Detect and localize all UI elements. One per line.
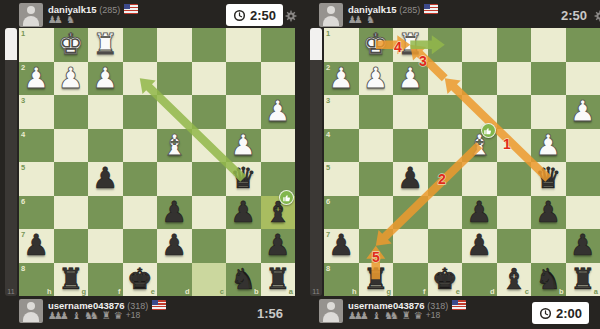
- square-g3[interactable]: [359, 95, 394, 129]
- square-h6[interactable]: 6: [324, 196, 359, 230]
- square-g2[interactable]: ♟: [359, 62, 394, 96]
- square-h3[interactable]: 3: [19, 95, 54, 129]
- avatar-person-icon: [27, 6, 35, 14]
- square-e1[interactable]: [123, 28, 158, 62]
- us-flag-icon: [124, 4, 138, 14]
- avatar-person-icon: [323, 312, 339, 322]
- rank-label: 1: [21, 30, 25, 38]
- square-e8[interactable]: e♚: [123, 263, 158, 297]
- file-label: f: [423, 288, 426, 296]
- square-e6[interactable]: [123, 196, 158, 230]
- square-c8[interactable]: c♝: [497, 263, 532, 297]
- square-g7[interactable]: [359, 229, 394, 263]
- square-e4[interactable]: [123, 129, 158, 163]
- black-rook[interactable]: ♜: [566, 263, 600, 297]
- square-b1[interactable]: [226, 28, 261, 62]
- square-f5[interactable]: ♟: [88, 162, 123, 196]
- square-f3[interactable]: [88, 95, 123, 129]
- square-g6[interactable]: [359, 196, 394, 230]
- gear-icon[interactable]: [285, 8, 297, 26]
- white-pawn[interactable]: ♟: [359, 62, 394, 96]
- square-g5[interactable]: [54, 162, 89, 196]
- square-a7[interactable]: ♟: [261, 229, 296, 263]
- square-h4[interactable]: 4: [324, 129, 359, 163]
- gear-icon[interactable]: [594, 8, 600, 26]
- square-h3[interactable]: 3: [324, 95, 359, 129]
- eval-white-section: [5, 28, 17, 60]
- file-label: h: [352, 288, 357, 296]
- avatar[interactable]: [19, 299, 43, 323]
- black-pawn[interactable]: ♟: [19, 229, 54, 263]
- square-h4[interactable]: 4: [19, 129, 54, 163]
- square-e4[interactable]: [428, 129, 463, 163]
- square-b7[interactable]: [531, 229, 566, 263]
- square-b2[interactable]: [531, 62, 566, 96]
- square-d2[interactable]: [462, 62, 497, 96]
- square-f1[interactable]: ♜: [393, 28, 428, 62]
- active-clock: 2:00: [532, 302, 589, 324]
- square-f4[interactable]: [393, 129, 428, 163]
- captured-queens: ♛: [114, 310, 120, 321]
- square-b2[interactable]: [226, 62, 261, 96]
- black-knight[interactable]: ♞: [226, 263, 261, 297]
- square-e5[interactable]: [123, 162, 158, 196]
- square-b3[interactable]: [226, 95, 261, 129]
- square-f4[interactable]: [88, 129, 123, 163]
- square-c1[interactable]: [192, 28, 227, 62]
- black-king[interactable]: ♚: [428, 263, 463, 297]
- square-d5[interactable]: [157, 162, 192, 196]
- active-clock: 2:50: [226, 4, 283, 26]
- black-rook[interactable]: ♜: [261, 263, 296, 297]
- material-advantage: +18: [426, 310, 440, 320]
- board-wrap: 1♚♜2♟♟♟3♟4♝♟5♟♛6♟♟♝7♟♟♟8hg♜fe♚dcb♞a♜: [19, 28, 295, 296]
- white-rook[interactable]: ♜: [88, 28, 123, 62]
- black-pawn[interactable]: ♟: [157, 229, 192, 263]
- black-knight[interactable]: ♞: [531, 263, 566, 297]
- eval-white-section: [310, 28, 322, 60]
- white-pawn[interactable]: ♟: [531, 129, 566, 163]
- square-g8[interactable]: g♜: [359, 263, 394, 297]
- square-g1[interactable]: ♚: [359, 28, 394, 62]
- square-h5[interactable]: 5: [324, 162, 359, 196]
- black-pawn[interactable]: ♟: [226, 196, 261, 230]
- white-pawn[interactable]: ♟: [88, 62, 123, 96]
- square-h8[interactable]: 8h: [19, 263, 54, 297]
- black-pawn[interactable]: ♟: [462, 229, 497, 263]
- square-a2[interactable]: [566, 62, 600, 96]
- square-g1[interactable]: ♚: [54, 28, 89, 62]
- avatar-person-icon: [323, 16, 339, 26]
- square-b3[interactable]: [531, 95, 566, 129]
- square-c6[interactable]: [192, 196, 227, 230]
- white-pawn[interactable]: ♟: [19, 62, 54, 96]
- square-c4[interactable]: [192, 129, 227, 163]
- square-f2[interactable]: ♟: [393, 62, 428, 96]
- captured-pawns: ♟♟: [348, 14, 360, 25]
- square-f6[interactable]: [88, 196, 123, 230]
- analysis-panel-left: daniyalk15 (285) ♟♟♞ 2:50 11 1♚♜2♟♟♟3♟4♝…: [0, 0, 300, 329]
- material-advantage: +18: [126, 310, 140, 320]
- square-c5[interactable]: [192, 162, 227, 196]
- white-rook[interactable]: ♜: [393, 28, 428, 62]
- white-pawn[interactable]: ♟: [566, 95, 600, 129]
- file-label: d: [490, 288, 495, 296]
- square-a7[interactable]: ♟: [566, 229, 600, 263]
- black-pawn[interactable]: ♟: [324, 229, 359, 263]
- captured-pawns: ♟♟♟: [348, 310, 366, 321]
- square-b4[interactable]: ♟: [531, 129, 566, 163]
- file-label: d: [185, 288, 190, 296]
- captured-pieces: ♟♟♞: [348, 14, 378, 26]
- thumb-up-badge: [481, 123, 496, 138]
- player-rating: (285): [99, 5, 120, 15]
- square-c4[interactable]: [497, 129, 532, 163]
- inactive-clock: 1:56: [257, 306, 283, 321]
- square-a4[interactable]: [261, 129, 296, 163]
- rank-label: 5: [326, 164, 330, 172]
- white-king[interactable]: ♚: [359, 28, 394, 62]
- captured-knights: ♞: [66, 14, 72, 25]
- black-pawn[interactable]: ♟: [462, 196, 497, 230]
- black-pawn[interactable]: ♟: [88, 162, 123, 196]
- top-player-bar: daniyalk15 (285) ♟♟♞ 2:50: [300, 0, 600, 28]
- white-pawn[interactable]: ♟: [393, 62, 428, 96]
- square-h7[interactable]: 7♟: [19, 229, 54, 263]
- square-a5[interactable]: [566, 162, 600, 196]
- square-f3[interactable]: [393, 95, 428, 129]
- avatar-person-icon: [327, 302, 335, 310]
- file-label: c: [220, 288, 224, 296]
- square-d7[interactable]: ♟: [462, 229, 497, 263]
- file-label: h: [47, 288, 52, 296]
- square-c5[interactable]: [497, 162, 532, 196]
- square-e1[interactable]: [428, 28, 463, 62]
- square-d6[interactable]: ♟: [462, 196, 497, 230]
- square-e8[interactable]: e♚: [428, 263, 463, 297]
- square-d7[interactable]: ♟: [157, 229, 192, 263]
- captured-queens: ♛: [414, 310, 420, 321]
- white-bishop[interactable]: ♝: [157, 129, 192, 163]
- captured-pawns: ♟♟♟: [48, 310, 66, 321]
- us-flag-icon: [452, 300, 466, 310]
- avatar-person-icon: [23, 16, 39, 26]
- square-b8[interactable]: b♞: [531, 263, 566, 297]
- square-g3[interactable]: [54, 95, 89, 129]
- black-king[interactable]: ♚: [123, 263, 158, 297]
- avatar[interactable]: [19, 3, 43, 27]
- square-b8[interactable]: b♞: [226, 263, 261, 297]
- rank-label: 3: [21, 97, 25, 105]
- square-e7[interactable]: [428, 229, 463, 263]
- square-e5[interactable]: [428, 162, 463, 196]
- square-c2[interactable]: [497, 62, 532, 96]
- square-h2[interactable]: 2♟: [19, 62, 54, 96]
- white-pawn[interactable]: ♟: [324, 62, 359, 96]
- square-f6[interactable]: [393, 196, 428, 230]
- chess-analysis-screenshot: { "game": "chess", "board_theme": { "lig…: [0, 0, 600, 329]
- square-e3[interactable]: [123, 95, 158, 129]
- inactive-clock: 2:50: [561, 8, 587, 23]
- square-a4[interactable]: [566, 129, 600, 163]
- square-d2[interactable]: [157, 62, 192, 96]
- analysis-panel-right: daniyalk15 (285) ♟♟♞ 2:50 11 1♚♜2♟♟♟3♟4♝…: [300, 0, 600, 329]
- square-g4[interactable]: [359, 129, 394, 163]
- black-pawn[interactable]: ♟: [393, 162, 428, 196]
- square-h1[interactable]: 1: [324, 28, 359, 62]
- rank-label: 8: [21, 265, 25, 273]
- rank-label: 4: [21, 131, 25, 139]
- square-a8[interactable]: a♜: [566, 263, 600, 297]
- avatar-person-icon: [327, 6, 335, 14]
- captured-rooks: ♜: [402, 310, 408, 321]
- square-e2[interactable]: [428, 62, 463, 96]
- file-label: f: [118, 288, 121, 296]
- square-c8[interactable]: c: [192, 263, 227, 297]
- black-pawn[interactable]: ♟: [157, 196, 192, 230]
- clock-time: 2:50: [250, 8, 276, 23]
- square-g2[interactable]: ♟: [54, 62, 89, 96]
- black-queen[interactable]: ♛: [226, 162, 261, 196]
- square-e2[interactable]: [123, 62, 158, 96]
- us-flag-icon: [424, 4, 438, 14]
- player-rating: (285): [399, 5, 420, 15]
- black-pawn[interactable]: ♟: [261, 229, 296, 263]
- square-d8[interactable]: d: [462, 263, 497, 297]
- white-pawn[interactable]: ♟: [226, 129, 261, 163]
- square-a1[interactable]: [261, 28, 296, 62]
- square-a3[interactable]: ♟: [566, 95, 600, 129]
- rank-label: 4: [326, 131, 330, 139]
- square-f5[interactable]: ♟: [393, 162, 428, 196]
- rank-label: 5: [21, 164, 25, 172]
- square-a8[interactable]: a♜: [261, 263, 296, 297]
- square-g5[interactable]: [359, 162, 394, 196]
- avatar[interactable]: [319, 299, 343, 323]
- captured-pieces: ♟♟♟♝♞♞♜♛+18: [348, 310, 440, 322]
- square-h2[interactable]: 2♟: [324, 62, 359, 96]
- rank-label: 8: [326, 265, 330, 273]
- white-pawn[interactable]: ♟: [261, 95, 296, 129]
- avatar-person-icon: [23, 312, 39, 322]
- avatar-person-icon: [27, 302, 35, 310]
- black-rook[interactable]: ♜: [54, 263, 89, 297]
- square-b5[interactable]: ♛: [531, 162, 566, 196]
- square-b1[interactable]: [531, 28, 566, 62]
- captured-pieces: ♟♟♟♝♞♞♜♛+18: [48, 310, 140, 322]
- black-pawn[interactable]: ♟: [566, 229, 600, 263]
- chess-board: 1♚♜2♟♟♟3♟4♝♟5♟♛6♟♟♝7♟♟♟8hg♜fe♚dcb♞a♜: [19, 28, 295, 296]
- captured-pawns: ♟♟: [48, 14, 60, 25]
- square-a3[interactable]: ♟: [261, 95, 296, 129]
- square-c7[interactable]: [497, 229, 532, 263]
- white-pawn[interactable]: ♟: [54, 62, 89, 96]
- captured-bishops: ♝: [372, 310, 378, 321]
- square-f8[interactable]: f: [393, 263, 428, 297]
- rank-label: 6: [21, 198, 25, 206]
- square-g4[interactable]: [54, 129, 89, 163]
- square-g8[interactable]: g♜: [54, 263, 89, 297]
- rank-label: 3: [326, 97, 330, 105]
- square-h5[interactable]: 5: [19, 162, 54, 196]
- captured-knights: ♞♞: [84, 310, 96, 321]
- square-e6[interactable]: [428, 196, 463, 230]
- square-h1[interactable]: 1: [19, 28, 54, 62]
- square-h7[interactable]: 7♟: [324, 229, 359, 263]
- captured-knights: ♞: [366, 14, 372, 25]
- square-b6[interactable]: ♟: [531, 196, 566, 230]
- square-c7[interactable]: [192, 229, 227, 263]
- black-rook[interactable]: ♜: [359, 263, 394, 297]
- square-c1[interactable]: [497, 28, 532, 62]
- square-c3[interactable]: [192, 95, 227, 129]
- rank-label: 1: [326, 30, 330, 38]
- board-wrap: 1♚♜2♟♟♟3♟4♝♟5♟♛6♟♟7♟♟♟8hg♜fe♚dc♝b♞a♜ 123…: [324, 28, 600, 296]
- square-d6[interactable]: ♟: [157, 196, 192, 230]
- eval-number: 11: [310, 288, 322, 295]
- chess-board: 1♚♜2♟♟♟3♟4♝♟5♟♛6♟♟7♟♟♟8hg♜fe♚dc♝b♞a♜: [324, 28, 600, 296]
- captured-knights: ♞♞: [384, 310, 396, 321]
- square-h6[interactable]: 6: [19, 196, 54, 230]
- white-king[interactable]: ♚: [54, 28, 89, 62]
- clock-icon: [539, 307, 552, 320]
- square-f2[interactable]: ♟: [88, 62, 123, 96]
- square-f7[interactable]: [88, 229, 123, 263]
- square-b7[interactable]: [226, 229, 261, 263]
- square-d4[interactable]: ♝: [157, 129, 192, 163]
- square-a2[interactable]: [261, 62, 296, 96]
- clock-icon: [233, 9, 246, 22]
- square-c6[interactable]: [497, 196, 532, 230]
- square-a1[interactable]: [566, 28, 600, 62]
- square-d8[interactable]: d: [157, 263, 192, 297]
- black-pawn[interactable]: ♟: [531, 196, 566, 230]
- captured-pieces: ♟♟♞: [48, 14, 78, 26]
- square-f8[interactable]: f: [88, 263, 123, 297]
- evaluation-bar: 11: [5, 28, 17, 296]
- square-f7[interactable]: [393, 229, 428, 263]
- avatar[interactable]: [319, 3, 343, 27]
- square-c2[interactable]: [192, 62, 227, 96]
- square-d1[interactable]: [157, 28, 192, 62]
- black-bishop[interactable]: ♝: [497, 263, 532, 297]
- square-e7[interactable]: [123, 229, 158, 263]
- bottom-player-bar: username043876 (318) ♟♟♟♝♞♞♜♛+18 1:56: [0, 296, 300, 329]
- square-b4[interactable]: ♟: [226, 129, 261, 163]
- square-b5[interactable]: ♛: [226, 162, 261, 196]
- square-d5[interactable]: [462, 162, 497, 196]
- square-f1[interactable]: ♜: [88, 28, 123, 62]
- black-queen[interactable]: ♛: [531, 162, 566, 196]
- square-c3[interactable]: [497, 95, 532, 129]
- square-b6[interactable]: ♟: [226, 196, 261, 230]
- square-g7[interactable]: [54, 229, 89, 263]
- evaluation-bar: 11: [310, 28, 322, 296]
- square-d3[interactable]: [157, 95, 192, 129]
- rank-label: 6: [326, 198, 330, 206]
- square-h8[interactable]: 8h: [324, 263, 359, 297]
- square-d1[interactable]: [462, 28, 497, 62]
- us-flag-icon: [152, 300, 166, 310]
- thumb-up-badge: [279, 190, 294, 205]
- square-e3[interactable]: [428, 95, 463, 129]
- bottom-player-bar: username043876 (318) ♟♟♟♝♞♞♜♛+18 2:00: [300, 296, 600, 329]
- square-a6[interactable]: [566, 196, 600, 230]
- captured-rooks: ♜: [102, 310, 108, 321]
- captured-bishops: ♝: [72, 310, 78, 321]
- clock-time: 2:00: [556, 306, 582, 321]
- square-g6[interactable]: [54, 196, 89, 230]
- top-player-bar: daniyalk15 (285) ♟♟♞ 2:50: [0, 0, 300, 28]
- eval-number: 11: [5, 288, 17, 295]
